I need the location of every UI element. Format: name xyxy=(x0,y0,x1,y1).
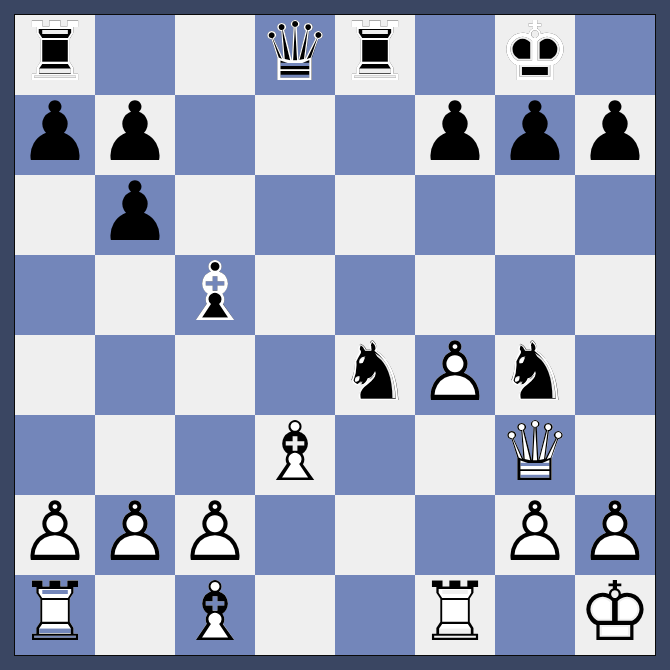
square-h7[interactable]: ♟ xyxy=(575,95,655,175)
board-frame: ♜♖♛♕♜♖♚♔♟♟♟♟♟♟♝♗♞♘♟♙♞♘♝♗♛♕♟♙♟♙♟♙♟♙♟♙♜♖♝♗… xyxy=(0,0,670,670)
square-b6[interactable]: ♟ xyxy=(95,175,175,255)
black-rook-a8[interactable]: ♜♖ xyxy=(15,15,95,95)
white-pawn-fill-glyph: ♟ xyxy=(175,492,255,572)
square-d2[interactable] xyxy=(255,495,335,575)
black-rook-e8[interactable]: ♜♖ xyxy=(335,15,415,95)
white-pawn-outline-glyph: ♙ xyxy=(575,492,655,572)
white-pawn-outline-glyph: ♙ xyxy=(175,492,255,572)
white-bishop-outline-glyph: ♗ xyxy=(175,572,255,652)
white-queen-g3[interactable]: ♛♕ xyxy=(495,415,575,495)
square-d7[interactable] xyxy=(255,95,335,175)
white-pawn-outline-glyph: ♙ xyxy=(95,492,175,572)
black-king-g8[interactable]: ♚♔ xyxy=(495,15,575,95)
black-knight-e4[interactable]: ♞♘ xyxy=(335,335,415,415)
white-pawn-outline-glyph: ♙ xyxy=(415,332,495,412)
square-a5[interactable] xyxy=(15,255,95,335)
black-king-fill-glyph: ♚ xyxy=(495,12,575,92)
square-a4[interactable] xyxy=(15,335,95,415)
black-pawn-b6[interactable]: ♟ xyxy=(95,175,175,255)
white-bishop-fill-glyph: ♝ xyxy=(255,412,335,492)
square-d6[interactable] xyxy=(255,175,335,255)
square-a2[interactable]: ♟♙ xyxy=(15,495,95,575)
square-h4[interactable] xyxy=(575,335,655,415)
black-pawn-a7[interactable]: ♟ xyxy=(15,95,95,175)
square-g4[interactable]: ♞♘ xyxy=(495,335,575,415)
white-pawn-b2[interactable]: ♟♙ xyxy=(95,495,175,575)
white-rook-fill-glyph: ♜ xyxy=(415,572,495,652)
white-king-outline-glyph: ♔ xyxy=(575,572,655,652)
square-b1[interactable] xyxy=(95,575,175,655)
square-h2[interactable]: ♟♙ xyxy=(575,495,655,575)
square-d1[interactable] xyxy=(255,575,335,655)
white-pawn-f4[interactable]: ♟♙ xyxy=(415,335,495,415)
square-f3[interactable] xyxy=(415,415,495,495)
black-knight-outline-glyph: ♘ xyxy=(335,332,415,412)
square-f7[interactable]: ♟ xyxy=(415,95,495,175)
square-a7[interactable]: ♟ xyxy=(15,95,95,175)
square-d3[interactable]: ♝♗ xyxy=(255,415,335,495)
black-pawn-f7[interactable]: ♟ xyxy=(415,95,495,175)
square-h3[interactable] xyxy=(575,415,655,495)
black-knight-outline-glyph: ♘ xyxy=(495,332,575,412)
square-a3[interactable] xyxy=(15,415,95,495)
black-queen-outline-glyph: ♕ xyxy=(255,12,335,92)
square-f6[interactable] xyxy=(415,175,495,255)
black-queen-fill-glyph: ♛ xyxy=(255,12,335,92)
white-king-fill-glyph: ♚ xyxy=(575,572,655,652)
black-pawn-fill-glyph: ♟ xyxy=(575,92,655,172)
square-f4[interactable]: ♟♙ xyxy=(415,335,495,415)
white-bishop-fill-glyph: ♝ xyxy=(175,572,255,652)
white-bishop-d3[interactable]: ♝♗ xyxy=(255,415,335,495)
black-pawn-b7[interactable]: ♟ xyxy=(95,95,175,175)
square-c4[interactable] xyxy=(175,335,255,415)
white-rook-outline-glyph: ♖ xyxy=(15,572,95,652)
white-pawn-g2[interactable]: ♟♙ xyxy=(495,495,575,575)
white-bishop-outline-glyph: ♗ xyxy=(255,412,335,492)
square-e2[interactable] xyxy=(335,495,415,575)
white-pawn-h2[interactable]: ♟♙ xyxy=(575,495,655,575)
white-pawn-fill-glyph: ♟ xyxy=(575,492,655,572)
black-pawn-fill-glyph: ♟ xyxy=(415,92,495,172)
black-pawn-fill-glyph: ♟ xyxy=(95,92,175,172)
black-knight-g4[interactable]: ♞♘ xyxy=(495,335,575,415)
white-rook-outline-glyph: ♖ xyxy=(415,572,495,652)
square-c6[interactable] xyxy=(175,175,255,255)
white-queen-fill-glyph: ♛ xyxy=(495,412,575,492)
black-pawn-h7[interactable]: ♟ xyxy=(575,95,655,175)
black-knight-fill-glyph: ♞ xyxy=(335,332,415,412)
black-rook-outline-glyph: ♖ xyxy=(15,12,95,92)
white-rook-fill-glyph: ♜ xyxy=(15,572,95,652)
white-pawn-fill-glyph: ♟ xyxy=(95,492,175,572)
white-pawn-fill-glyph: ♟ xyxy=(15,492,95,572)
square-h6[interactable] xyxy=(575,175,655,255)
black-pawn-fill-glyph: ♟ xyxy=(495,92,575,172)
square-d4[interactable] xyxy=(255,335,335,415)
black-bishop-c5[interactable]: ♝♗ xyxy=(175,255,255,335)
black-pawn-fill-glyph: ♟ xyxy=(15,92,95,172)
white-pawn-outline-glyph: ♙ xyxy=(15,492,95,572)
square-b8[interactable] xyxy=(95,15,175,95)
square-a1[interactable]: ♜♖ xyxy=(15,575,95,655)
square-g5[interactable] xyxy=(495,255,575,335)
square-e6[interactable] xyxy=(335,175,415,255)
white-rook-f1[interactable]: ♜♖ xyxy=(415,575,495,655)
square-c1[interactable]: ♝♗ xyxy=(175,575,255,655)
square-c7[interactable] xyxy=(175,95,255,175)
square-g8[interactable]: ♚♔ xyxy=(495,15,575,95)
white-king-h1[interactable]: ♚♔ xyxy=(575,575,655,655)
square-e8[interactable]: ♜♖ xyxy=(335,15,415,95)
white-pawn-outline-glyph: ♙ xyxy=(495,492,575,572)
square-d8[interactable]: ♛♕ xyxy=(255,15,335,95)
white-pawn-a2[interactable]: ♟♙ xyxy=(15,495,95,575)
square-a8[interactable]: ♜♖ xyxy=(15,15,95,95)
square-f1[interactable]: ♜♖ xyxy=(415,575,495,655)
square-g6[interactable] xyxy=(495,175,575,255)
white-pawn-fill-glyph: ♟ xyxy=(495,492,575,572)
square-h8[interactable] xyxy=(575,15,655,95)
square-h1[interactable]: ♚♔ xyxy=(575,575,655,655)
square-e1[interactable] xyxy=(335,575,415,655)
black-queen-d8[interactable]: ♛♕ xyxy=(255,15,335,95)
square-g3[interactable]: ♛♕ xyxy=(495,415,575,495)
square-f5[interactable] xyxy=(415,255,495,335)
square-e7[interactable] xyxy=(335,95,415,175)
square-b7[interactable]: ♟ xyxy=(95,95,175,175)
square-g2[interactable]: ♟♙ xyxy=(495,495,575,575)
square-e3[interactable] xyxy=(335,415,415,495)
square-f8[interactable] xyxy=(415,15,495,95)
square-c2[interactable]: ♟♙ xyxy=(175,495,255,575)
white-rook-a1[interactable]: ♜♖ xyxy=(15,575,95,655)
square-b5[interactable] xyxy=(95,255,175,335)
chess-board: ♜♖♛♕♜♖♚♔♟♟♟♟♟♟♝♗♞♘♟♙♞♘♝♗♛♕♟♙♟♙♟♙♟♙♟♙♜♖♝♗… xyxy=(14,14,656,656)
square-d5[interactable] xyxy=(255,255,335,335)
square-b2[interactable]: ♟♙ xyxy=(95,495,175,575)
black-pawn-g7[interactable]: ♟ xyxy=(495,95,575,175)
black-rook-fill-glyph: ♜ xyxy=(15,12,95,92)
square-e5[interactable] xyxy=(335,255,415,335)
white-pawn-fill-glyph: ♟ xyxy=(415,332,495,412)
square-g7[interactable]: ♟ xyxy=(495,95,575,175)
black-knight-fill-glyph: ♞ xyxy=(495,332,575,412)
square-c5[interactable]: ♝♗ xyxy=(175,255,255,335)
square-a6[interactable] xyxy=(15,175,95,255)
black-king-outline-glyph: ♔ xyxy=(495,12,575,92)
square-g1[interactable] xyxy=(495,575,575,655)
square-b4[interactable] xyxy=(95,335,175,415)
square-b3[interactable] xyxy=(95,415,175,495)
square-c8[interactable] xyxy=(175,15,255,95)
white-queen-outline-glyph: ♕ xyxy=(495,412,575,492)
white-bishop-c1[interactable]: ♝♗ xyxy=(175,575,255,655)
square-f2[interactable] xyxy=(415,495,495,575)
black-bishop-fill-glyph: ♝ xyxy=(175,252,255,332)
square-c3[interactable] xyxy=(175,415,255,495)
white-pawn-c2[interactable]: ♟♙ xyxy=(175,495,255,575)
black-bishop-outline-glyph: ♗ xyxy=(175,252,255,332)
square-e4[interactable]: ♞♘ xyxy=(335,335,415,415)
black-rook-outline-glyph: ♖ xyxy=(335,12,415,92)
black-rook-fill-glyph: ♜ xyxy=(335,12,415,92)
black-pawn-fill-glyph: ♟ xyxy=(95,172,175,252)
square-h5[interactable] xyxy=(575,255,655,335)
